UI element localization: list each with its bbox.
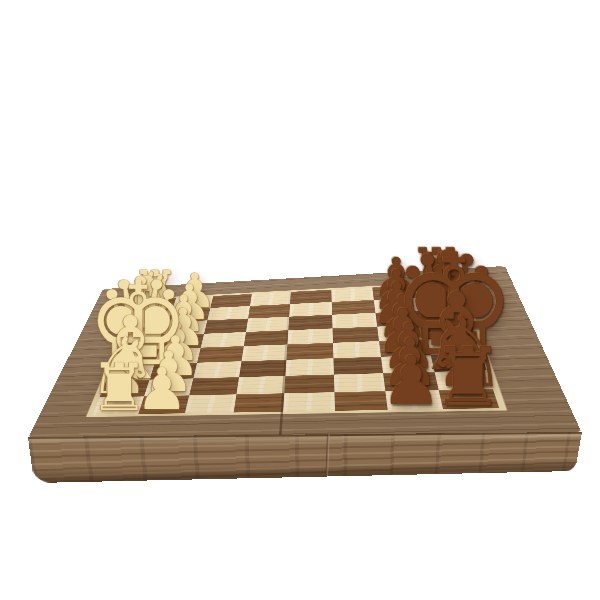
black-pawn[interactable]: ♟ — [381, 348, 441, 415]
chess-set-photo: ♜♟♟♞♜♟♟♝♞♟♟♝♛♟♟♛♚♟♟♚♝♟♟♝♞♟♟♞♜♟♟♜ — [0, 0, 600, 600]
pieces-layer: ♜♟♟♞♜♟♟♝♞♟♟♝♛♟♟♛♚♟♟♚♝♟♟♝♞♟♟♞♜♟♟♜ — [0, 0, 600, 600]
black-rook[interactable]: ♜ — [432, 336, 504, 417]
white-rook[interactable]: ♜ — [90, 355, 148, 420]
